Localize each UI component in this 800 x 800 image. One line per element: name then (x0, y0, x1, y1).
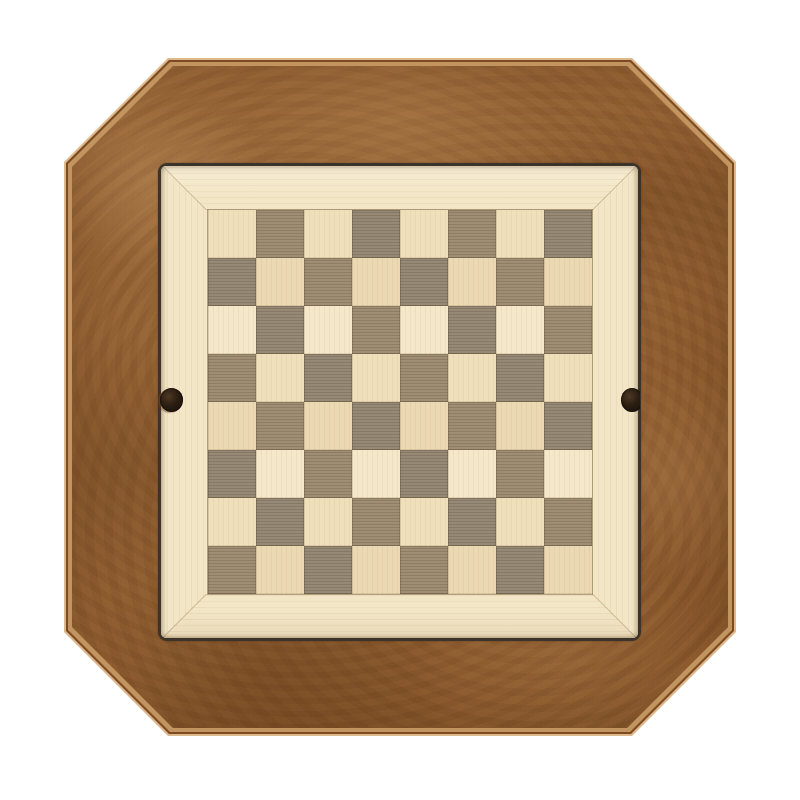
board-square (208, 546, 256, 594)
board-square (496, 258, 544, 306)
board-square (304, 546, 352, 594)
board-square (448, 546, 496, 594)
board-square (256, 306, 304, 354)
board-square (496, 210, 544, 258)
board-square (352, 258, 400, 306)
board-square (496, 450, 544, 498)
board-square (256, 258, 304, 306)
board-square (448, 354, 496, 402)
board-square (352, 498, 400, 546)
board-square (256, 210, 304, 258)
board-square (208, 306, 256, 354)
board-frame (161, 166, 638, 638)
board-square (448, 402, 496, 450)
board-square (448, 498, 496, 546)
board-square (256, 546, 304, 594)
board-square (400, 354, 448, 402)
finger-hole-right (621, 388, 643, 412)
board-square (544, 258, 592, 306)
product-photo-canvas (0, 0, 800, 800)
board-square (304, 354, 352, 402)
frame-strip-top (161, 166, 638, 210)
board-square (544, 210, 592, 258)
frame-strip-bottom (161, 594, 638, 638)
miter-seam-top-left (161, 166, 208, 210)
board-square (400, 546, 448, 594)
board-square (544, 450, 592, 498)
board-square (544, 354, 592, 402)
board-square (208, 450, 256, 498)
board-square (448, 258, 496, 306)
board-square (256, 402, 304, 450)
board-square (304, 402, 352, 450)
board-square (208, 354, 256, 402)
board-square (352, 402, 400, 450)
board-square (208, 258, 256, 306)
board-square (544, 306, 592, 354)
board-square (496, 402, 544, 450)
finger-hole-left (160, 388, 183, 412)
board-square (400, 402, 448, 450)
board-square (256, 450, 304, 498)
board-square (400, 450, 448, 498)
board-square (208, 498, 256, 546)
board-square (208, 210, 256, 258)
board-square (448, 306, 496, 354)
board-square (304, 498, 352, 546)
board-square (496, 306, 544, 354)
board-square (304, 450, 352, 498)
board-square (352, 210, 400, 258)
board-square (352, 306, 400, 354)
board-square (544, 498, 592, 546)
miter-seam-bottom-right (591, 594, 638, 638)
board-square (256, 498, 304, 546)
board-square (304, 210, 352, 258)
board-square (352, 546, 400, 594)
board-square (400, 210, 448, 258)
board-square (304, 258, 352, 306)
board-square (496, 546, 544, 594)
miter-seam-top-right (591, 166, 638, 210)
board-square (544, 402, 592, 450)
board-square (496, 498, 544, 546)
board-square (256, 354, 304, 402)
board-square (400, 258, 448, 306)
board-square (400, 498, 448, 546)
board-square (448, 450, 496, 498)
board-square (544, 546, 592, 594)
board-grid (208, 210, 592, 594)
board-square (352, 450, 400, 498)
miter-seam-bottom-left (161, 594, 208, 638)
board-square (208, 402, 256, 450)
board-square (496, 354, 544, 402)
chess-board-insert (158, 163, 641, 641)
board-square (448, 210, 496, 258)
board-square (400, 306, 448, 354)
board-square (352, 354, 400, 402)
board-square (304, 306, 352, 354)
